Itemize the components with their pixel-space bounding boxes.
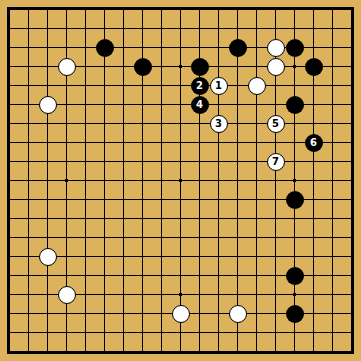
grid-line-vertical	[237, 10, 238, 351]
grid-line-vertical	[332, 10, 333, 351]
grid-line-vertical	[161, 10, 162, 351]
grid-line-horizontal	[10, 332, 351, 333]
grid-line-horizontal	[10, 28, 351, 29]
move-number-label: 4	[196, 100, 203, 110]
stone-black-N17[interactable]	[229, 39, 247, 57]
grid-line-horizontal	[10, 123, 351, 124]
grid-line-vertical	[47, 10, 48, 351]
stone-white-P17[interactable]	[267, 39, 285, 57]
move-number-label: 2	[196, 81, 203, 91]
grid-line-vertical	[218, 10, 219, 351]
grid-line-vertical	[256, 10, 257, 351]
stone-black-L16[interactable]	[191, 58, 209, 76]
star-point	[293, 65, 296, 68]
grid-line-horizontal	[10, 218, 351, 219]
stone-white-P11[interactable]: 7	[267, 153, 285, 171]
grid-line-vertical	[123, 10, 124, 351]
grid-line-horizontal	[10, 237, 351, 238]
stone-black-H16[interactable]	[134, 58, 152, 76]
stone-white-D16[interactable]	[58, 58, 76, 76]
stone-black-Q9[interactable]	[286, 191, 304, 209]
grid-line-horizontal	[10, 85, 351, 86]
grid-line-horizontal	[10, 142, 351, 143]
move-number-label: 6	[310, 138, 317, 148]
star-point	[293, 179, 296, 182]
stone-white-M13[interactable]: 3	[210, 115, 228, 133]
stone-black-R16[interactable]	[305, 58, 323, 76]
grid-line-horizontal	[10, 161, 351, 162]
stone-black-L14[interactable]: 4	[191, 96, 209, 114]
stone-black-Q5[interactable]	[286, 267, 304, 285]
grid-line-vertical	[85, 10, 86, 351]
move-number-label: 1	[215, 81, 222, 91]
grid-line-vertical	[104, 10, 105, 351]
stone-black-Q14[interactable]	[286, 96, 304, 114]
move-number-label: 5	[272, 119, 279, 129]
stone-white-P13[interactable]: 5	[267, 115, 285, 133]
stone-black-Q3[interactable]	[286, 305, 304, 323]
stone-white-O15[interactable]	[248, 77, 266, 95]
stone-white-D4[interactable]	[58, 286, 76, 304]
stone-white-C6[interactable]	[39, 248, 57, 266]
star-point	[65, 179, 68, 182]
star-point	[179, 293, 182, 296]
stone-white-P16[interactable]	[267, 58, 285, 76]
star-point	[179, 65, 182, 68]
move-number-label: 3	[215, 119, 222, 129]
grid-line-vertical	[294, 10, 295, 351]
grid-line-horizontal	[10, 180, 351, 181]
stone-black-R12[interactable]: 6	[305, 134, 323, 152]
go-board[interactable]: 2461357	[0, 0, 361, 361]
stone-white-K3[interactable]	[172, 305, 190, 323]
stone-white-N3[interactable]	[229, 305, 247, 323]
star-point	[293, 293, 296, 296]
grid-line-vertical	[180, 10, 181, 351]
move-number-label: 7	[272, 157, 279, 167]
star-point	[179, 179, 182, 182]
board-border	[7, 7, 354, 354]
stone-black-L15[interactable]: 2	[191, 77, 209, 95]
grid-line-horizontal	[10, 256, 351, 257]
stone-white-C14[interactable]	[39, 96, 57, 114]
stone-black-Q17[interactable]	[286, 39, 304, 57]
grid-line-vertical	[28, 10, 29, 351]
stone-white-M15[interactable]: 1	[210, 77, 228, 95]
stone-black-F17[interactable]	[96, 39, 114, 57]
